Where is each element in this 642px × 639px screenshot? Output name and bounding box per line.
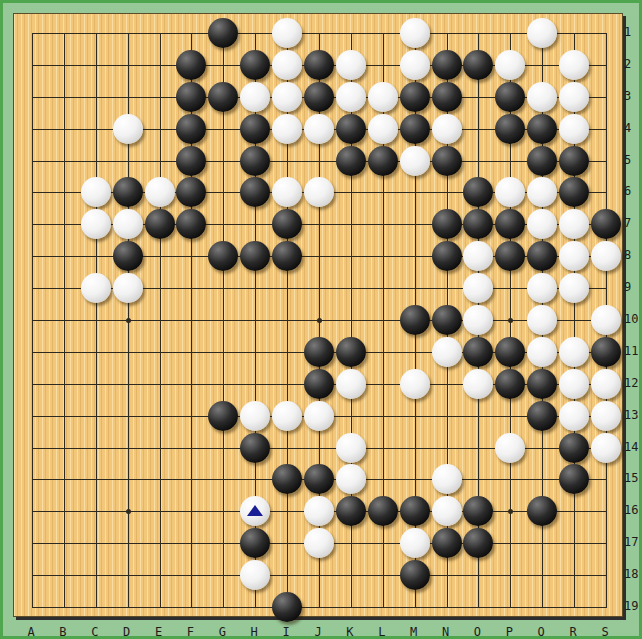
stone-black[interactable]: [272, 209, 302, 239]
stone-black[interactable]: [176, 209, 206, 239]
stone-black[interactable]: [240, 241, 270, 271]
stone-black[interactable]: [463, 496, 493, 526]
stone-white[interactable]: [432, 337, 462, 367]
stone-black[interactable]: [463, 177, 493, 207]
row-label: 14: [624, 440, 642, 454]
star-point: [126, 318, 131, 323]
stone-white[interactable]: [591, 305, 621, 335]
grid-line: [32, 575, 607, 576]
stone-white[interactable]: [559, 50, 589, 80]
column-label: Q: [531, 625, 551, 639]
stone-black[interactable]: [176, 177, 206, 207]
stone-black[interactable]: [495, 114, 525, 144]
stone-black[interactable]: [304, 369, 334, 399]
stone-black[interactable]: [304, 337, 334, 367]
stone-black[interactable]: [591, 209, 621, 239]
column-label: J: [308, 625, 328, 639]
stone-white[interactable]: [240, 496, 270, 526]
stone-white[interactable]: [559, 369, 589, 399]
row-label: 13: [624, 408, 642, 422]
stone-white[interactable]: [400, 50, 430, 80]
row-label: 19: [624, 599, 642, 613]
stone-black[interactable]: [527, 241, 557, 271]
stone-white[interactable]: [527, 177, 557, 207]
stone-white[interactable]: [272, 18, 302, 48]
stone-white[interactable]: [336, 464, 366, 494]
row-label: 18: [624, 567, 642, 581]
stone-white[interactable]: [527, 273, 557, 303]
column-label: L: [372, 625, 392, 639]
row-label: 15: [624, 471, 642, 485]
stone-white[interactable]: [368, 82, 398, 112]
stone-black[interactable]: [240, 433, 270, 463]
row-label: 11: [624, 344, 642, 358]
stone-white[interactable]: [272, 82, 302, 112]
stone-black[interactable]: [495, 241, 525, 271]
stone-white[interactable]: [527, 337, 557, 367]
column-label: B: [53, 625, 73, 639]
column-label: P: [499, 625, 519, 639]
stone-white[interactable]: [113, 273, 143, 303]
stone-black[interactable]: [400, 305, 430, 335]
stone-black[interactable]: [336, 114, 366, 144]
stone-black[interactable]: [145, 209, 175, 239]
stone-black[interactable]: [176, 50, 206, 80]
stone-black[interactable]: [527, 496, 557, 526]
star-point: [508, 318, 513, 323]
column-label: M: [404, 625, 424, 639]
stone-black[interactable]: [368, 496, 398, 526]
stone-white[interactable]: [527, 305, 557, 335]
star-point: [508, 509, 513, 514]
stone-white[interactable]: [81, 273, 111, 303]
stone-black[interactable]: [240, 177, 270, 207]
stone-white[interactable]: [400, 528, 430, 558]
stone-white[interactable]: [559, 337, 589, 367]
stone-white[interactable]: [81, 209, 111, 239]
stone-black[interactable]: [304, 82, 334, 112]
stone-black[interactable]: [432, 241, 462, 271]
stone-white[interactable]: [463, 273, 493, 303]
stone-white[interactable]: [304, 401, 334, 431]
stone-white[interactable]: [304, 528, 334, 558]
stone-black[interactable]: [432, 209, 462, 239]
stone-white[interactable]: [432, 464, 462, 494]
stone-black[interactable]: [208, 241, 238, 271]
stone-white[interactable]: [400, 146, 430, 176]
stone-black[interactable]: [495, 82, 525, 112]
stone-white[interactable]: [336, 50, 366, 80]
stone-black[interactable]: [336, 496, 366, 526]
stone-black[interactable]: [208, 18, 238, 48]
row-label: 4: [624, 121, 642, 135]
stone-white[interactable]: [463, 241, 493, 271]
stone-white[interactable]: [527, 82, 557, 112]
stone-black[interactable]: [463, 209, 493, 239]
stone-white[interactable]: [559, 114, 589, 144]
grid-line: [32, 607, 607, 608]
stone-black[interactable]: [240, 528, 270, 558]
stone-white[interactable]: [432, 496, 462, 526]
stone-black[interactable]: [432, 50, 462, 80]
stone-white[interactable]: [336, 82, 366, 112]
stone-white[interactable]: [591, 369, 621, 399]
stone-white[interactable]: [272, 401, 302, 431]
column-label: A: [21, 625, 41, 639]
column-label: K: [340, 625, 360, 639]
row-label: 12: [624, 376, 642, 390]
stone-black[interactable]: [527, 369, 557, 399]
stone-white[interactable]: [591, 241, 621, 271]
stone-white[interactable]: [463, 369, 493, 399]
stone-black[interactable]: [400, 82, 430, 112]
column-label: I: [276, 625, 296, 639]
stone-white[interactable]: [272, 177, 302, 207]
stone-white[interactable]: [113, 209, 143, 239]
stone-white[interactable]: [495, 50, 525, 80]
stone-black[interactable]: [240, 146, 270, 176]
stone-black[interactable]: [527, 114, 557, 144]
stone-white[interactable]: [400, 18, 430, 48]
stone-black[interactable]: [400, 114, 430, 144]
stone-black[interactable]: [240, 50, 270, 80]
column-label: D: [117, 625, 137, 639]
stone-black[interactable]: [208, 401, 238, 431]
stone-black[interactable]: [559, 433, 589, 463]
column-label: S: [595, 625, 615, 639]
stone-black[interactable]: [176, 82, 206, 112]
column-label: O: [467, 625, 487, 639]
triangle-marker: [247, 505, 263, 516]
row-label: 3: [624, 89, 642, 103]
column-label: H: [244, 625, 264, 639]
stone-white[interactable]: [591, 433, 621, 463]
stone-black[interactable]: [400, 560, 430, 590]
stone-white[interactable]: [591, 401, 621, 431]
column-label: C: [85, 625, 105, 639]
stone-black[interactable]: [272, 464, 302, 494]
stone-white[interactable]: [559, 82, 589, 112]
stone-black[interactable]: [432, 528, 462, 558]
go-board-frame: ABCDEFGHIJKLMNOPQRS 12345678910111213141…: [0, 0, 642, 639]
stone-black[interactable]: [463, 50, 493, 80]
stone-white[interactable]: [113, 114, 143, 144]
stone-white[interactable]: [559, 401, 589, 431]
stone-black[interactable]: [559, 146, 589, 176]
stone-black[interactable]: [432, 305, 462, 335]
column-label: F: [180, 625, 200, 639]
stone-white[interactable]: [240, 560, 270, 590]
stone-black[interactable]: [272, 592, 302, 622]
stone-black[interactable]: [336, 146, 366, 176]
stone-white[interactable]: [336, 369, 366, 399]
stone-black[interactable]: [432, 82, 462, 112]
stone-black[interactable]: [240, 114, 270, 144]
stone-black[interactable]: [432, 146, 462, 176]
stone-black[interactable]: [495, 209, 525, 239]
stone-black[interactable]: [113, 241, 143, 271]
row-label: 2: [624, 57, 642, 71]
stone-black[interactable]: [559, 464, 589, 494]
row-label: 1: [624, 25, 642, 39]
stone-white[interactable]: [145, 177, 175, 207]
stone-black[interactable]: [304, 464, 334, 494]
stone-black[interactable]: [463, 528, 493, 558]
stone-white[interactable]: [463, 305, 493, 335]
row-label: 9: [624, 280, 642, 294]
star-point: [126, 509, 131, 514]
stone-white[interactable]: [527, 18, 557, 48]
stone-black[interactable]: [559, 177, 589, 207]
stone-white[interactable]: [368, 114, 398, 144]
row-label: 5: [624, 153, 642, 167]
stone-black[interactable]: [495, 369, 525, 399]
stone-black[interactable]: [463, 337, 493, 367]
column-label: E: [149, 625, 169, 639]
stone-white[interactable]: [559, 209, 589, 239]
column-label: G: [212, 625, 232, 639]
stone-black[interactable]: [495, 337, 525, 367]
stone-white[interactable]: [527, 209, 557, 239]
stone-white[interactable]: [559, 241, 589, 271]
row-label: 8: [624, 248, 642, 262]
go-board[interactable]: [13, 13, 623, 617]
row-label: 7: [624, 216, 642, 230]
row-label: 17: [624, 535, 642, 549]
stone-black[interactable]: [176, 114, 206, 144]
stone-black[interactable]: [368, 146, 398, 176]
stone-black[interactable]: [304, 50, 334, 80]
row-label: 16: [624, 503, 642, 517]
stone-white[interactable]: [400, 369, 430, 399]
stone-white[interactable]: [240, 401, 270, 431]
row-label: 6: [624, 184, 642, 198]
stone-black[interactable]: [176, 146, 206, 176]
stone-white[interactable]: [81, 177, 111, 207]
stone-white[interactable]: [304, 114, 334, 144]
stone-white[interactable]: [495, 433, 525, 463]
stone-white[interactable]: [432, 114, 462, 144]
column-label: N: [436, 625, 456, 639]
stone-black[interactable]: [113, 177, 143, 207]
stone-white[interactable]: [304, 496, 334, 526]
star-point: [317, 318, 322, 323]
stone-white[interactable]: [495, 177, 525, 207]
stone-white[interactable]: [272, 50, 302, 80]
stone-black[interactable]: [272, 241, 302, 271]
stone-white[interactable]: [304, 177, 334, 207]
stone-black[interactable]: [591, 337, 621, 367]
stone-black[interactable]: [208, 82, 238, 112]
stone-black[interactable]: [336, 337, 366, 367]
stone-black[interactable]: [527, 401, 557, 431]
stone-white[interactable]: [272, 114, 302, 144]
row-label: 10: [624, 312, 642, 326]
stone-black[interactable]: [527, 146, 557, 176]
stone-white[interactable]: [240, 82, 270, 112]
column-label: R: [563, 625, 583, 639]
stone-white[interactable]: [336, 433, 366, 463]
stone-white[interactable]: [559, 273, 589, 303]
stone-black[interactable]: [400, 496, 430, 526]
